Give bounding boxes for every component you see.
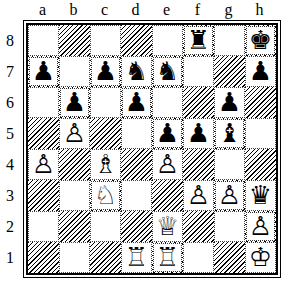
- white-rook-d1: ♖: [122, 242, 151, 271]
- square-h3[interactable]: ♛: [245, 180, 276, 211]
- board-frame: ♜♚♟♟♞♞♟♟♟♟♙♟♟♝♙♗♙♘♙♙♛♕♙♖♖♔: [23, 20, 281, 278]
- rank-label: 7: [0, 56, 20, 87]
- square-d2[interactable]: [121, 211, 152, 242]
- square-c6[interactable]: [90, 87, 121, 118]
- file-label: g: [213, 1, 244, 19]
- black-pawn-b6: ♟: [59, 86, 90, 117]
- square-b8[interactable]: [59, 25, 90, 56]
- white-pawn-e4: ♙: [153, 149, 182, 178]
- white-knight-c3: ♘: [90, 179, 121, 210]
- square-h5[interactable]: [245, 118, 276, 149]
- file-label: c: [89, 1, 120, 19]
- square-b7[interactable]: [59, 56, 90, 87]
- square-f1[interactable]: [183, 242, 214, 273]
- square-e5[interactable]: ♟: [152, 118, 183, 149]
- square-e2[interactable]: ♕: [152, 211, 183, 242]
- square-f7[interactable]: [183, 56, 214, 87]
- square-a1[interactable]: [28, 242, 59, 273]
- square-d3[interactable]: [121, 180, 152, 211]
- square-e7[interactable]: ♞: [152, 56, 183, 87]
- white-pawn-f3: ♙: [184, 180, 213, 209]
- black-rook-f8: ♜: [183, 24, 214, 55]
- square-a4[interactable]: ♙: [28, 149, 59, 180]
- black-king-h8: ♚: [245, 24, 276, 55]
- black-bishop-g5: ♝: [214, 117, 245, 148]
- square-b5[interactable]: ♙: [59, 118, 90, 149]
- file-label: h: [244, 1, 275, 19]
- square-h6[interactable]: [245, 87, 276, 118]
- square-g4[interactable]: [214, 149, 245, 180]
- square-e4[interactable]: ♙: [152, 149, 183, 180]
- square-c3[interactable]: ♘: [90, 180, 121, 211]
- square-f4[interactable]: [183, 149, 214, 180]
- square-e1[interactable]: ♖: [152, 242, 183, 273]
- white-pawn-g3: ♙: [214, 179, 245, 210]
- square-f3[interactable]: ♙: [183, 180, 214, 211]
- rank-label: 2: [0, 211, 20, 242]
- white-pawn-a4: ♙: [29, 149, 58, 178]
- black-queen-h3: ♛: [246, 180, 275, 209]
- rank-label: 5: [0, 118, 20, 149]
- black-pawn-f5: ♟: [184, 118, 213, 147]
- black-knight-d7: ♞: [122, 56, 151, 85]
- rank-label: 8: [0, 25, 20, 56]
- square-g1[interactable]: [214, 242, 245, 273]
- rank-label: 4: [0, 149, 20, 180]
- white-rook-e1: ♖: [152, 241, 183, 272]
- square-c4[interactable]: ♗: [90, 149, 121, 180]
- square-c5[interactable]: [90, 118, 121, 149]
- square-b2[interactable]: [59, 211, 90, 242]
- square-g8[interactable]: [214, 25, 245, 56]
- square-g2[interactable]: [214, 211, 245, 242]
- black-pawn-h7: ♟: [246, 56, 275, 85]
- square-c1[interactable]: [90, 242, 121, 273]
- square-a7[interactable]: ♟: [28, 56, 59, 87]
- white-pawn-h2: ♙: [245, 210, 276, 241]
- square-a5[interactable]: [28, 118, 59, 149]
- square-h7[interactable]: ♟: [245, 56, 276, 87]
- square-e3[interactable]: [152, 180, 183, 211]
- square-c7[interactable]: ♟: [90, 56, 121, 87]
- square-h4[interactable]: [245, 149, 276, 180]
- square-g6[interactable]: ♟: [214, 87, 245, 118]
- rank-label: 1: [0, 242, 20, 273]
- square-b1[interactable]: [59, 242, 90, 273]
- square-d8[interactable]: [121, 25, 152, 56]
- square-a8[interactable]: [28, 25, 59, 56]
- white-bishop-c4: ♗: [91, 149, 120, 178]
- black-pawn-a7: ♟: [28, 55, 59, 86]
- black-knight-e7: ♞: [152, 55, 183, 86]
- white-queen-e2: ♕: [153, 211, 182, 240]
- square-h8[interactable]: ♚: [245, 25, 276, 56]
- square-e6[interactable]: [152, 87, 183, 118]
- square-e8[interactable]: [152, 25, 183, 56]
- square-b3[interactable]: [59, 180, 90, 211]
- square-d6[interactable]: ♟: [121, 87, 152, 118]
- square-b6[interactable]: ♟: [59, 87, 90, 118]
- file-label: a: [27, 1, 58, 19]
- rank-labels: 87654321: [0, 25, 20, 273]
- chess-board: ♜♚♟♟♞♞♟♟♟♟♙♟♟♝♙♗♙♘♙♙♛♕♙♖♖♔: [28, 25, 276, 273]
- square-g3[interactable]: ♙: [214, 180, 245, 211]
- board-border: ♜♚♟♟♞♞♟♟♟♟♙♟♟♝♙♗♙♘♙♙♛♕♙♖♖♔: [26, 23, 278, 275]
- square-d5[interactable]: [121, 118, 152, 149]
- square-d4[interactable]: [121, 149, 152, 180]
- file-label: f: [182, 1, 213, 19]
- square-c2[interactable]: [90, 211, 121, 242]
- white-king-h1: ♔: [246, 242, 275, 271]
- square-h1[interactable]: ♔: [245, 242, 276, 273]
- square-a6[interactable]: [28, 87, 59, 118]
- square-a3[interactable]: [28, 180, 59, 211]
- file-labels: abcdefgh: [27, 1, 283, 19]
- black-pawn-d6: ♟: [121, 86, 152, 117]
- square-f2[interactable]: [183, 211, 214, 242]
- square-c8[interactable]: [90, 25, 121, 56]
- square-f5[interactable]: ♟: [183, 118, 214, 149]
- square-d1[interactable]: ♖: [121, 242, 152, 273]
- square-h2[interactable]: ♙: [245, 211, 276, 242]
- file-label: d: [120, 1, 151, 19]
- square-d7[interactable]: ♞: [121, 56, 152, 87]
- rank-label: 3: [0, 180, 20, 211]
- black-pawn-g6: ♟: [215, 87, 244, 116]
- square-g7[interactable]: [214, 56, 245, 87]
- square-a2[interactable]: [28, 211, 59, 242]
- rank-label: 6: [0, 87, 20, 118]
- square-f6[interactable]: [183, 87, 214, 118]
- square-f8[interactable]: ♜: [183, 25, 214, 56]
- file-label: e: [151, 1, 182, 19]
- black-pawn-e5: ♟: [152, 117, 183, 148]
- square-b4[interactable]: [59, 149, 90, 180]
- file-label: b: [58, 1, 89, 19]
- square-g5[interactable]: ♝: [214, 118, 245, 149]
- white-pawn-b5: ♙: [60, 118, 89, 147]
- black-pawn-c7: ♟: [90, 55, 121, 86]
